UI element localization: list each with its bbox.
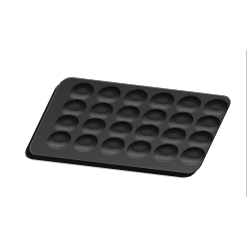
muffin-cup	[44, 130, 74, 149]
muffin-cup	[120, 89, 150, 108]
muffin-cup	[147, 92, 177, 111]
muffin-cup	[193, 114, 223, 133]
muffin-cup	[159, 127, 189, 146]
product-photo	[0, 0, 250, 250]
muffin-cup	[86, 101, 116, 120]
muffin-cup	[67, 82, 97, 101]
panel-divider-line	[246, 50, 247, 197]
muffin-cup	[178, 146, 208, 165]
muffin-cup	[132, 124, 162, 143]
muffin-cup	[139, 108, 169, 127]
muffin-cup	[52, 114, 82, 133]
muffin-tray	[26, 76, 234, 174]
muffin-tray-perspective	[26, 76, 234, 174]
muffin-cup	[200, 98, 230, 117]
muffin-cup	[78, 117, 108, 136]
muffin-cup	[105, 120, 135, 139]
muffin-cup	[166, 111, 196, 130]
muffin-cup	[124, 140, 154, 159]
muffin-cup	[174, 95, 204, 114]
muffin-cup	[71, 133, 101, 152]
muffin-cup	[113, 105, 143, 124]
muffin-cup	[98, 136, 128, 155]
muffin-cup	[185, 130, 215, 149]
muffin-cup	[94, 85, 124, 104]
muffin-cup	[151, 143, 181, 162]
muffin-cup	[59, 98, 89, 117]
